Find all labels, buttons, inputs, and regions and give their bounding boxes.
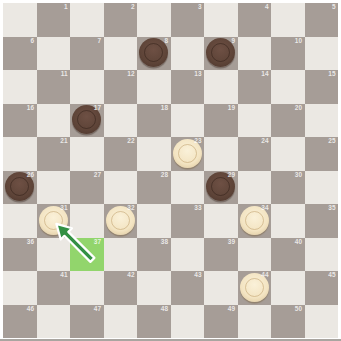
square-number: 22: [127, 138, 134, 145]
square-number: 38: [161, 239, 168, 246]
square-number: 39: [228, 239, 235, 246]
square-number: 3: [198, 4, 202, 11]
square-6[interactable]: 6: [3, 37, 37, 71]
light-square: [238, 238, 272, 272]
square-8[interactable]: 8: [137, 37, 171, 71]
square-number: 10: [295, 38, 302, 45]
square-35[interactable]: 35: [305, 204, 339, 238]
light-square: [204, 70, 238, 104]
square-42[interactable]: 42: [104, 271, 138, 305]
square-15[interactable]: 15: [305, 70, 339, 104]
square-number: 27: [94, 172, 101, 179]
square-number: 8: [164, 38, 168, 45]
square-number: 25: [328, 138, 335, 145]
square-number: 24: [261, 138, 268, 145]
square-number: 44: [261, 272, 268, 279]
square-number: 49: [228, 306, 235, 313]
square-9[interactable]: 9: [204, 37, 238, 71]
light-square: [70, 204, 104, 238]
light-square: [271, 70, 305, 104]
light-square: [305, 305, 339, 339]
square-number: 29: [228, 172, 235, 179]
light-square: [137, 70, 171, 104]
square-number: 28: [161, 172, 168, 179]
light-square: [37, 37, 71, 71]
square-45[interactable]: 45: [305, 271, 339, 305]
square-17[interactable]: 17: [70, 104, 104, 138]
square-26[interactable]: 26: [3, 171, 37, 205]
light-square: [137, 204, 171, 238]
light-square: [238, 37, 272, 71]
light-square: [171, 238, 205, 272]
square-number: 19: [228, 105, 235, 112]
square-number: 35: [328, 205, 335, 212]
light-square: [104, 305, 138, 339]
light-square: [305, 37, 339, 71]
square-number: 18: [161, 105, 168, 112]
light-square: [238, 171, 272, 205]
light-square: [271, 137, 305, 171]
square-22[interactable]: 22: [104, 137, 138, 171]
light-square: [204, 204, 238, 238]
light-square: [3, 137, 37, 171]
square-10[interactable]: 10: [271, 37, 305, 71]
square-7[interactable]: 7: [70, 37, 104, 71]
square-number: 42: [127, 272, 134, 279]
square-43[interactable]: 43: [171, 271, 205, 305]
light-square: [204, 3, 238, 37]
square-number: 33: [194, 205, 201, 212]
square-number: 23: [194, 138, 201, 145]
square-28[interactable]: 28: [137, 171, 171, 205]
light-square: [238, 104, 272, 138]
square-number: 17: [94, 105, 101, 112]
square-33[interactable]: 33: [171, 204, 205, 238]
square-number: 43: [194, 272, 201, 279]
light-square: [70, 137, 104, 171]
square-32[interactable]: 32: [104, 204, 138, 238]
light-square: [37, 238, 71, 272]
square-27[interactable]: 27: [70, 171, 104, 205]
square-number: 7: [97, 38, 101, 45]
square-47[interactable]: 47: [70, 305, 104, 339]
square-40[interactable]: 40: [271, 238, 305, 272]
square-13[interactable]: 13: [171, 70, 205, 104]
square-number: 2: [131, 4, 135, 11]
light-square: [271, 3, 305, 37]
square-number: 4: [265, 4, 269, 11]
square-number: 14: [261, 71, 268, 78]
light-square: [271, 271, 305, 305]
square-number: 15: [328, 71, 335, 78]
square-number: 26: [27, 172, 34, 179]
light-square: [204, 137, 238, 171]
square-44[interactable]: 44: [238, 271, 272, 305]
square-11[interactable]: 11: [37, 70, 71, 104]
light-square: [3, 204, 37, 238]
square-number: 50: [295, 306, 302, 313]
square-14[interactable]: 14: [238, 70, 272, 104]
square-number: 5: [332, 4, 336, 11]
square-24[interactable]: 24: [238, 137, 272, 171]
square-23[interactable]: 23: [171, 137, 205, 171]
square-20[interactable]: 20: [271, 104, 305, 138]
square-49[interactable]: 49: [204, 305, 238, 339]
square-19[interactable]: 19: [204, 104, 238, 138]
light-square: [171, 104, 205, 138]
light-square: [37, 104, 71, 138]
light-square: [305, 104, 339, 138]
light-square: [3, 271, 37, 305]
square-number: 41: [60, 272, 67, 279]
square-5[interactable]: 5: [305, 3, 339, 37]
square-number: 46: [27, 306, 34, 313]
square-37[interactable]: 37: [70, 238, 104, 272]
square-number: 36: [27, 239, 34, 246]
square-1[interactable]: 1: [37, 3, 71, 37]
square-34[interactable]: 34: [238, 204, 272, 238]
square-number: 9: [231, 38, 235, 45]
light-square: [271, 204, 305, 238]
light-square: [70, 271, 104, 305]
light-square: [204, 271, 238, 305]
square-12[interactable]: 12: [104, 70, 138, 104]
square-31[interactable]: 31: [37, 204, 71, 238]
square-41[interactable]: 41: [37, 271, 71, 305]
square-number: 47: [94, 306, 101, 313]
light-square: [3, 70, 37, 104]
light-square: [238, 305, 272, 339]
light-square: [137, 3, 171, 37]
light-square: [3, 3, 37, 37]
light-square: [305, 171, 339, 205]
square-39[interactable]: 39: [204, 238, 238, 272]
square-number: 40: [295, 239, 302, 246]
draughts-board: 1234567891011121314151617181920212223242…: [3, 3, 338, 338]
square-3[interactable]: 3: [171, 3, 205, 37]
square-number: 11: [61, 71, 68, 78]
square-4[interactable]: 4: [238, 3, 272, 37]
square-21[interactable]: 21: [37, 137, 71, 171]
square-number: 1: [64, 4, 68, 11]
square-25[interactable]: 25: [305, 137, 339, 171]
light-square: [70, 70, 104, 104]
light-square: [104, 104, 138, 138]
square-number: 37: [94, 239, 101, 246]
light-square: [171, 305, 205, 339]
square-46[interactable]: 46: [3, 305, 37, 339]
square-16[interactable]: 16: [3, 104, 37, 138]
light-square: [104, 238, 138, 272]
light-square: [171, 37, 205, 71]
light-square: [104, 171, 138, 205]
light-square: [70, 3, 104, 37]
square-number: 32: [127, 205, 134, 212]
square-number: 48: [161, 306, 168, 313]
light-square: [37, 305, 71, 339]
square-2[interactable]: 2: [104, 3, 138, 37]
square-number: 20: [295, 105, 302, 112]
light-square: [305, 238, 339, 272]
light-square: [37, 171, 71, 205]
light-square: [137, 137, 171, 171]
square-number: 6: [30, 38, 34, 45]
square-36[interactable]: 36: [3, 238, 37, 272]
square-number: 16: [27, 105, 34, 112]
square-number: 21: [60, 138, 67, 145]
light-square: [171, 171, 205, 205]
square-48[interactable]: 48: [137, 305, 171, 339]
square-number: 31: [60, 205, 67, 212]
square-30[interactable]: 30: [271, 171, 305, 205]
square-50[interactable]: 50: [271, 305, 305, 339]
square-number: 12: [127, 71, 134, 78]
square-number: 13: [194, 71, 201, 78]
light-square: [104, 37, 138, 71]
square-18[interactable]: 18: [137, 104, 171, 138]
square-29[interactable]: 29: [204, 171, 238, 205]
square-number: 45: [328, 272, 335, 279]
square-number: 34: [261, 205, 268, 212]
square-38[interactable]: 38: [137, 238, 171, 272]
square-number: 30: [295, 172, 302, 179]
light-square: [137, 271, 171, 305]
